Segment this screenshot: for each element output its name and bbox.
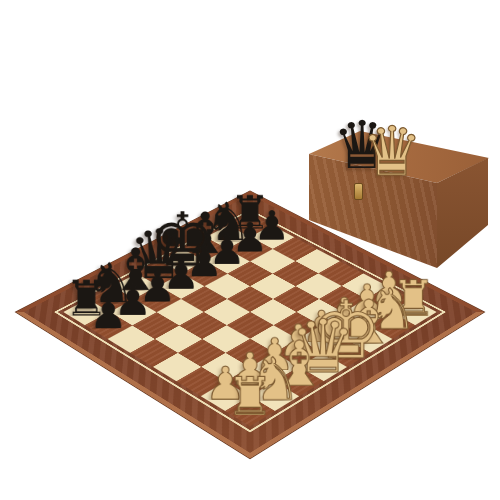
box-white-queen[interactable]: ♛ <box>362 118 423 186</box>
square-e5[interactable] <box>227 286 273 312</box>
black-pawn-glyph: ♟ <box>89 292 128 335</box>
white-rook-glyph: ♜ <box>226 370 273 423</box>
chess-set-photo: ♛♛ ♜♟♟♜♞♟♟♞♝♟♟♝♚♟♟♚♛♟♟♛♝♟♟♝♞♟♟♞♜♟♟♜ <box>0 0 500 500</box>
